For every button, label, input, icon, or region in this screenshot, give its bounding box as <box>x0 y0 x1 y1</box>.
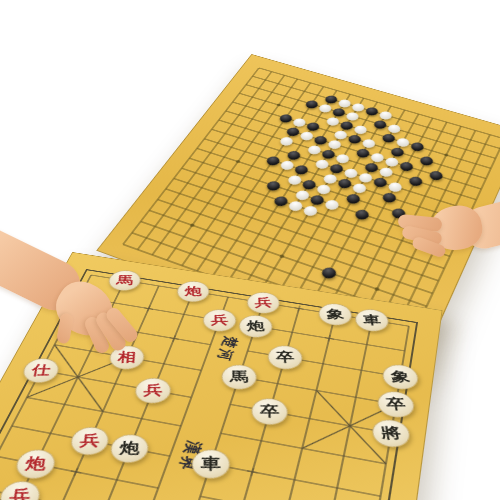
go-stone-white[interactable] <box>383 156 399 168</box>
go-stone-black[interactable] <box>320 148 337 160</box>
xiangqi-piece-black-卒[interactable]: 卒 <box>265 343 306 372</box>
xiangqi-piece-black-卒[interactable]: 卒 <box>248 396 291 428</box>
go-stone-white[interactable] <box>326 139 342 150</box>
go-stone-black[interactable] <box>285 149 302 161</box>
go-stone-white[interactable] <box>286 174 303 186</box>
go-stone-black[interactable] <box>364 106 380 117</box>
go-stone-white[interactable] <box>294 189 311 202</box>
xiangqi-piece-character: 兵 <box>0 482 41 500</box>
go-stone-black[interactable] <box>344 192 361 205</box>
go-stone-white[interactable] <box>344 111 360 122</box>
go-stone-white[interactable] <box>278 135 295 146</box>
xiangqi-piece-character: 象 <box>319 304 353 324</box>
go-stone-white[interactable] <box>315 183 332 195</box>
go-stone-white[interactable] <box>325 116 341 127</box>
go-stone-black[interactable] <box>355 147 371 159</box>
go-stone-black[interactable] <box>304 99 320 109</box>
xiangqi-piece-character: 車 <box>193 450 230 477</box>
xiangqi-piece-character: 兵 <box>248 293 280 312</box>
left-hand <box>0 240 164 376</box>
xiangqi-piece-red-兵[interactable]: 兵 <box>66 424 114 458</box>
go-stone-black[interactable] <box>380 132 396 143</box>
xiangqi-piece-black-炮[interactable]: 炮 <box>236 313 276 340</box>
xiangqi-piece-character: 兵 <box>204 310 236 330</box>
xiangqi-piece-character: 卒 <box>268 346 302 368</box>
xiangqi-piece-character: 炮 <box>111 435 149 461</box>
xiangqi-piece-black-馬[interactable]: 馬 <box>218 362 260 392</box>
go-stone-white[interactable] <box>301 204 319 217</box>
xiangqi-piece-red-兵[interactable]: 兵 <box>131 375 175 406</box>
go-stone-white[interactable] <box>352 124 368 135</box>
go-stone-black[interactable] <box>293 163 310 175</box>
xiangqi-piece-red-兵[interactable]: 兵 <box>0 478 45 500</box>
go-stone-white[interactable] <box>306 144 323 155</box>
xiangqi-piece-black-將[interactable]: 將 <box>370 417 412 450</box>
go-stone-black[interactable] <box>319 265 338 279</box>
go-stone-black[interactable] <box>305 121 321 132</box>
go-stone-black[interactable] <box>389 146 405 157</box>
xiangqi-piece-character: 炮 <box>178 282 209 301</box>
xiangqi-piece-character: 兵 <box>71 428 109 454</box>
go-stone-black[interactable] <box>328 162 345 174</box>
go-stone-white[interactable] <box>291 117 307 128</box>
go-stone-black[interactable] <box>372 119 388 130</box>
right-hand <box>404 184 500 276</box>
xiangqi-piece-character: 炮 <box>15 450 55 477</box>
go-stone-white[interactable] <box>317 103 333 114</box>
go-stone-black[interactable] <box>346 133 362 144</box>
go-stone-black[interactable] <box>300 178 317 190</box>
xiangqi-piece-character: 將 <box>372 420 411 445</box>
go-stone-white[interactable] <box>369 151 385 163</box>
go-stone-white[interactable] <box>386 123 402 134</box>
xiangqi-piece-black-車[interactable]: 車 <box>187 446 233 481</box>
go-stone-white[interactable] <box>351 182 368 194</box>
xiangqi-piece-character: 象 <box>382 365 420 388</box>
go-stone-white[interactable] <box>378 110 394 121</box>
go-stone-black[interactable] <box>285 126 301 137</box>
go-stone-white[interactable] <box>337 98 353 108</box>
go-stone-white[interactable] <box>321 172 338 184</box>
go-stone-white[interactable] <box>342 167 359 179</box>
go-stone-white[interactable] <box>314 158 331 170</box>
go-stone-black[interactable] <box>409 141 425 152</box>
xiangqi-piece-red-炮[interactable]: 炮 <box>173 279 212 304</box>
xiangqi-piece-character: 炮 <box>240 316 273 336</box>
go-stone-black[interactable] <box>312 134 328 145</box>
go-stone-white[interactable] <box>357 171 374 183</box>
go-stone-black[interactable] <box>338 120 354 131</box>
go-stone-black[interactable] <box>272 194 290 207</box>
xiangqi-piece-character: 兵 <box>135 379 170 402</box>
xiangqi-piece-character: 車 <box>355 310 390 330</box>
go-stone-white[interactable] <box>323 198 340 211</box>
xiangqi-piece-black-象[interactable]: 象 <box>316 301 354 327</box>
go-stone-black[interactable] <box>331 107 347 118</box>
xiangqi-piece-black-炮[interactable]: 炮 <box>106 432 153 466</box>
go-stone-white[interactable] <box>332 129 348 140</box>
xiangqi-piece-black-車[interactable]: 車 <box>353 307 391 334</box>
xiangqi-piece-red-兵[interactable]: 兵 <box>244 290 283 316</box>
go-stone-white[interactable] <box>360 137 376 148</box>
go-stone-black[interactable] <box>265 179 282 191</box>
go-stone-white[interactable] <box>378 166 395 178</box>
go-stone-white[interactable] <box>386 181 403 193</box>
go-stone-black[interactable] <box>308 193 325 206</box>
go-stone-black[interactable] <box>381 191 398 204</box>
go-stone-black[interactable] <box>336 177 353 189</box>
go-stone-black[interactable] <box>418 155 434 167</box>
go-stone-white[interactable] <box>334 152 351 164</box>
xiangqi-piece-red-炮[interactable]: 炮 <box>11 447 61 482</box>
go-stone-white[interactable] <box>298 130 314 141</box>
go-stone-white[interactable] <box>395 136 411 147</box>
go-stone-black[interactable] <box>372 176 389 188</box>
go-stone-black[interactable] <box>398 160 414 172</box>
xiangqi-piece-character: 馬 <box>223 365 257 388</box>
go-stone-white[interactable] <box>350 102 366 112</box>
go-stone-black[interactable] <box>278 113 294 124</box>
xiangqi-piece-black-卒[interactable]: 卒 <box>375 389 415 421</box>
go-stone-black[interactable] <box>264 155 281 167</box>
go-stone-black[interactable] <box>353 208 370 221</box>
go-stone-black[interactable] <box>428 169 444 181</box>
xiangqi-piece-red-兵[interactable]: 兵 <box>199 307 239 334</box>
go-stone-white[interactable] <box>287 199 305 212</box>
xiangqi-piece-black-象[interactable]: 象 <box>381 362 420 392</box>
xiangqi-piece-character: 卒 <box>252 399 288 423</box>
go-stone-black[interactable] <box>323 94 339 104</box>
product-photo-stage: 楚河 漢界 車馬仕相炮炮兵兵兵兵兵將車車馬象象炮炮卒卒卒 <box>0 0 500 500</box>
go-stone-black[interactable] <box>363 161 380 173</box>
xiangqi-piece-character: 卒 <box>377 392 415 416</box>
go-stone-white[interactable] <box>278 159 295 171</box>
